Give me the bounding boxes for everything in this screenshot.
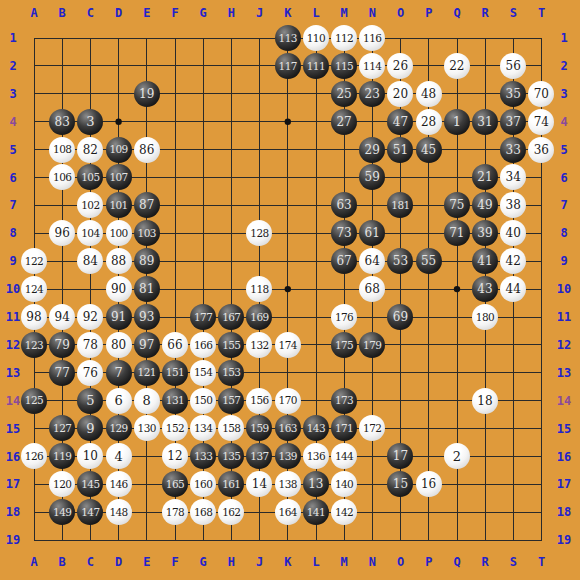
row-label-right-14: 14 [557,394,571,408]
stone-M9[interactable]: 67 [331,248,357,274]
col-label-top-J: J [256,6,263,20]
row-label-left-4: 4 [9,115,16,129]
stone-G14[interactable]: 150 [190,388,216,414]
stone-G11[interactable]: 177 [190,304,216,330]
stone-P4[interactable]: 28 [416,109,442,135]
row-label-right-9: 9 [560,254,567,268]
col-label-bottom-S: S [510,555,517,569]
stone-E3[interactable]: 19 [134,81,160,107]
row-label-left-7: 7 [9,198,16,212]
stone-N12[interactable]: 179 [359,332,385,358]
row-label-left-16: 16 [6,450,20,464]
stone-O17[interactable]: 15 [387,471,413,497]
stone-M17[interactable]: 140 [331,471,357,497]
stone-D17[interactable]: 146 [106,471,132,497]
stone-S2[interactable]: 56 [500,53,526,79]
stone-J12[interactable]: 132 [246,332,272,358]
col-label-top-C: C [87,6,94,20]
stone-N3[interactable]: 23 [359,81,385,107]
stone-K16[interactable]: 139 [275,443,301,469]
stone-T3[interactable]: 70 [528,81,554,107]
stone-O11[interactable]: 69 [387,304,413,330]
stone-E11[interactable]: 93 [134,304,160,330]
stone-E12[interactable]: 97 [134,332,160,358]
col-label-bottom-M: M [341,555,348,569]
row-label-left-18: 18 [6,505,20,519]
stone-P5[interactable]: 45 [416,137,442,163]
col-label-top-K: K [284,6,291,20]
stone-C7[interactable]: 102 [77,192,103,218]
stone-N10[interactable]: 68 [359,276,385,302]
stone-A11[interactable]: 98 [21,304,47,330]
stone-D14[interactable]: 6 [106,388,132,414]
stone-H18[interactable]: 162 [218,499,244,525]
col-label-bottom-T: T [538,555,545,569]
stone-C11[interactable]: 92 [77,304,103,330]
col-label-top-O: O [397,6,404,20]
stone-B15[interactable]: 127 [49,415,75,441]
stone-D18[interactable]: 148 [106,499,132,525]
col-label-bottom-O: O [397,555,404,569]
stone-N15[interactable]: 172 [359,415,385,441]
stone-A16[interactable]: 126 [21,443,47,469]
col-label-bottom-L: L [312,555,319,569]
go-board-app: 1234567891012131415161718192021222325262… [0,0,580,580]
stone-R7[interactable]: 49 [472,192,498,218]
stone-S9[interactable]: 42 [500,248,526,274]
stone-M18[interactable]: 142 [331,499,357,525]
row-label-right-4: 4 [560,115,567,129]
col-label-bottom-N: N [369,555,376,569]
row-label-left-11: 11 [6,310,20,324]
col-label-top-H: H [228,6,235,20]
col-label-top-Q: Q [453,6,460,20]
stone-K12[interactable]: 174 [275,332,301,358]
stone-S8[interactable]: 40 [500,220,526,246]
stone-C8[interactable]: 104 [77,220,103,246]
stone-H17[interactable]: 161 [218,471,244,497]
stone-C16[interactable]: 10 [77,443,103,469]
stone-M7[interactable]: 63 [331,192,357,218]
stone-F18[interactable]: 178 [162,499,188,525]
row-label-left-13: 13 [6,366,20,380]
stone-A9[interactable]: 122 [21,248,47,274]
col-label-bottom-E: E [143,555,150,569]
row-label-right-5: 5 [560,143,567,157]
stone-R9[interactable]: 41 [472,248,498,274]
stone-P17[interactable]: 16 [416,471,442,497]
col-label-bottom-D: D [115,555,122,569]
stone-C14[interactable]: 5 [77,388,103,414]
stone-D10[interactable]: 90 [106,276,132,302]
stone-G18[interactable]: 168 [190,499,216,525]
col-label-top-R: R [482,6,489,20]
stone-E15[interactable]: 130 [134,415,160,441]
stone-M15[interactable]: 171 [331,415,357,441]
stone-N6[interactable]: 59 [359,164,385,190]
stone-K2[interactable]: 117 [275,53,301,79]
stone-N2[interactable]: 114 [359,53,385,79]
row-label-left-12: 12 [6,338,20,352]
stone-D12[interactable]: 80 [106,332,132,358]
stone-O16[interactable]: 17 [387,443,413,469]
stone-B5[interactable]: 108 [49,137,75,163]
stone-J11[interactable]: 169 [246,304,272,330]
stone-D15[interactable]: 129 [106,415,132,441]
stone-E8[interactable]: 103 [134,220,160,246]
stone-C9[interactable]: 84 [77,248,103,274]
row-label-left-15: 15 [6,422,20,436]
row-label-right-6: 6 [560,171,567,185]
stone-F15[interactable]: 152 [162,415,188,441]
stone-J15[interactable]: 159 [246,415,272,441]
stone-B18[interactable]: 149 [49,499,75,525]
col-label-bottom-A: A [30,555,37,569]
stone-F12[interactable]: 66 [162,332,188,358]
stone-H15[interactable]: 158 [218,415,244,441]
col-label-bottom-B: B [59,555,66,569]
col-label-top-M: M [341,6,348,20]
stone-B17[interactable]: 120 [49,471,75,497]
stone-R8[interactable]: 39 [472,220,498,246]
stone-D11[interactable]: 91 [106,304,132,330]
stone-B13[interactable]: 77 [49,360,75,386]
col-label-top-E: E [143,6,150,20]
stone-L2[interactable]: 111 [303,53,329,79]
stone-A14[interactable]: 125 [21,388,47,414]
row-label-right-12: 12 [557,338,571,352]
stone-C17[interactable]: 145 [77,471,103,497]
stone-E5[interactable]: 86 [134,137,160,163]
row-label-right-16: 16 [557,450,571,464]
stone-D6[interactable]: 107 [106,164,132,190]
stone-D13[interactable]: 7 [106,360,132,386]
stone-F14[interactable]: 131 [162,388,188,414]
col-label-bottom-J: J [256,555,263,569]
stone-J17[interactable]: 14 [246,471,272,497]
row-label-right-19: 19 [557,533,571,547]
stone-P3[interactable]: 48 [416,81,442,107]
row-label-right-18: 18 [557,505,571,519]
stone-F13[interactable]: 151 [162,360,188,386]
stone-N8[interactable]: 61 [359,220,385,246]
stone-N9[interactable]: 64 [359,248,385,274]
stone-B11[interactable]: 94 [49,304,75,330]
stone-R4[interactable]: 31 [472,109,498,135]
stone-M4[interactable]: 27 [331,109,357,135]
col-label-top-G: G [200,6,207,20]
stone-K1[interactable]: 113 [275,25,301,51]
stone-B6[interactable]: 106 [49,164,75,190]
col-label-top-L: L [312,6,319,20]
row-label-left-2: 2 [9,59,16,73]
stone-J8[interactable]: 128 [246,220,272,246]
stone-M11[interactable]: 176 [331,304,357,330]
col-label-top-A: A [30,6,37,20]
stone-C13[interactable]: 76 [77,360,103,386]
stone-A10[interactable]: 124 [21,276,47,302]
row-label-left-17: 17 [6,477,20,491]
row-label-left-1: 1 [9,31,16,45]
stone-C5[interactable]: 82 [77,137,103,163]
stone-K18[interactable]: 164 [275,499,301,525]
stone-L15[interactable]: 143 [303,415,329,441]
stone-M12[interactable]: 175 [331,332,357,358]
stone-O4[interactable]: 47 [387,109,413,135]
row-label-right-8: 8 [560,226,567,240]
col-label-bottom-C: C [87,555,94,569]
col-label-bottom-H: H [228,555,235,569]
stone-S4[interactable]: 37 [500,109,526,135]
stone-T5[interactable]: 36 [528,137,554,163]
stone-S5[interactable]: 33 [500,137,526,163]
row-label-left-6: 6 [9,171,16,185]
stone-K17[interactable]: 138 [275,471,301,497]
stone-S10[interactable]: 44 [500,276,526,302]
col-label-top-D: D [115,6,122,20]
stone-D7[interactable]: 101 [106,192,132,218]
col-label-bottom-G: G [200,555,207,569]
stone-R6[interactable]: 21 [472,164,498,190]
stone-S6[interactable]: 34 [500,164,526,190]
stone-D9[interactable]: 88 [106,248,132,274]
stone-R14[interactable]: 18 [472,388,498,414]
row-label-right-13: 13 [557,366,571,380]
stone-E14[interactable]: 8 [134,388,160,414]
stone-Q8[interactable]: 71 [444,220,470,246]
stone-S7[interactable]: 38 [500,192,526,218]
stone-C4[interactable]: 3 [77,109,103,135]
col-label-top-T: T [538,6,545,20]
stone-E13[interactable]: 121 [134,360,160,386]
stone-N5[interactable]: 29 [359,137,385,163]
row-label-right-11: 11 [557,310,571,324]
stone-F17[interactable]: 165 [162,471,188,497]
stone-D5[interactable]: 109 [106,137,132,163]
stone-A12[interactable]: 123 [21,332,47,358]
stone-J16[interactable]: 137 [246,443,272,469]
stone-H13[interactable]: 153 [218,360,244,386]
stone-F16[interactable]: 12 [162,443,188,469]
stone-H11[interactable]: 167 [218,304,244,330]
stone-L17[interactable]: 13 [303,471,329,497]
col-label-top-F: F [171,6,178,20]
stone-R11[interactable]: 180 [472,304,498,330]
stone-O7[interactable]: 181 [387,192,413,218]
stone-L1[interactable]: 110 [303,25,329,51]
row-label-right-10: 10 [557,282,571,296]
stone-C18[interactable]: 147 [77,499,103,525]
row-label-right-7: 7 [560,198,567,212]
go-board[interactable]: 1234567891012131415161718192021222325262… [20,24,556,554]
col-label-bottom-Q: Q [453,555,460,569]
stone-G17[interactable]: 160 [190,471,216,497]
col-label-top-S: S [510,6,517,20]
stone-O5[interactable]: 51 [387,137,413,163]
stone-O2[interactable]: 26 [387,53,413,79]
col-label-bottom-K: K [284,555,291,569]
stone-G12[interactable]: 166 [190,332,216,358]
stone-E10[interactable]: 81 [134,276,160,302]
stone-K15[interactable]: 163 [275,415,301,441]
row-label-right-17: 17 [557,477,571,491]
stone-D8[interactable]: 100 [106,220,132,246]
stone-M2[interactable]: 115 [331,53,357,79]
stone-S3[interactable]: 35 [500,81,526,107]
stone-E7[interactable]: 87 [134,192,160,218]
col-label-bottom-R: R [482,555,489,569]
stone-B8[interactable]: 96 [49,220,75,246]
stone-M8[interactable]: 73 [331,220,357,246]
stone-G15[interactable]: 134 [190,415,216,441]
stone-C12[interactable]: 78 [77,332,103,358]
stone-B16[interactable]: 119 [49,443,75,469]
col-label-top-N: N [369,6,376,20]
stone-L18[interactable]: 141 [303,499,329,525]
stone-Q2[interactable]: 22 [444,53,470,79]
stone-M14[interactable]: 173 [331,388,357,414]
col-label-bottom-P: P [425,555,432,569]
row-label-left-3: 3 [9,87,16,101]
stone-M1[interactable]: 112 [331,25,357,51]
stone-E9[interactable]: 89 [134,248,160,274]
stone-R10[interactable]: 43 [472,276,498,302]
stone-O3[interactable]: 20 [387,81,413,107]
row-label-right-15: 15 [557,422,571,436]
stone-H14[interactable]: 157 [218,388,244,414]
stone-J14[interactable]: 156 [246,388,272,414]
col-label-bottom-F: F [171,555,178,569]
col-label-top-P: P [425,6,432,20]
stone-H16[interactable]: 135 [218,443,244,469]
stone-G13[interactable]: 154 [190,360,216,386]
row-label-left-10: 10 [6,282,20,296]
stone-B12[interactable]: 79 [49,332,75,358]
stone-Q4[interactable]: 1 [444,109,470,135]
stone-O9[interactable]: 53 [387,248,413,274]
stone-Q16[interactable]: 2 [444,443,470,469]
row-label-left-8: 8 [9,226,16,240]
row-label-left-14: 14 [6,394,20,408]
row-label-left-19: 19 [6,533,20,547]
stone-C15[interactable]: 9 [77,415,103,441]
stone-N1[interactable]: 116 [359,25,385,51]
stone-M16[interactable]: 144 [331,443,357,469]
stone-Q7[interactable]: 75 [444,192,470,218]
stone-J10[interactable]: 118 [246,276,272,302]
stone-H12[interactable]: 155 [218,332,244,358]
stone-M3[interactable]: 25 [331,81,357,107]
row-label-left-9: 9 [9,254,16,268]
stone-L16[interactable]: 136 [303,443,329,469]
stone-K14[interactable]: 170 [275,388,301,414]
col-label-top-B: B [59,6,66,20]
stone-P9[interactable]: 55 [416,248,442,274]
row-label-left-5: 5 [9,143,16,157]
row-label-right-2: 2 [560,59,567,73]
row-label-right-1: 1 [560,31,567,45]
stone-B4[interactable]: 83 [49,109,75,135]
stone-D16[interactable]: 4 [106,443,132,469]
stone-T4[interactable]: 74 [528,109,554,135]
stone-C6[interactable]: 105 [77,164,103,190]
row-label-right-3: 3 [560,87,567,101]
stone-G16[interactable]: 133 [190,443,216,469]
